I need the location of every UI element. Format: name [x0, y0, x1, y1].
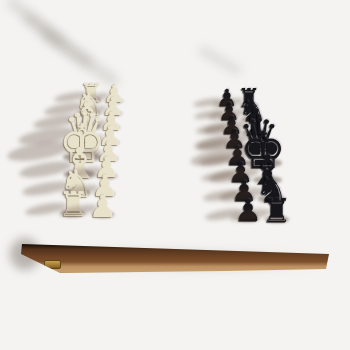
square-c4[interactable]: [148, 123, 173, 138]
square-d4[interactable]: [147, 137, 172, 153]
chess-set-photo: ♜♟♟♜♞♟♟♞♝♟♟♝♛♟♟♛♚♟♟♚♝♟♟♝♞♟♟♞♜♟♟♜: [0, 0, 350, 350]
square-e4[interactable]: [147, 153, 173, 170]
square-f5[interactable]: [174, 170, 202, 189]
square-h4[interactable]: [146, 206, 176, 228]
piece-cast-shadow: [197, 45, 243, 77]
square-a3[interactable]: [125, 96, 148, 109]
square-h5[interactable]: [175, 207, 206, 229]
inlay-strip-bottom: [33, 236, 319, 247]
square-b3[interactable]: [124, 108, 148, 122]
corner-mosaic-icon: [32, 227, 54, 241]
piece-white-pawn-h2[interactable]: ♟: [84, 191, 121, 222]
square-f3[interactable]: [119, 168, 147, 187]
square-a5[interactable]: [170, 97, 193, 110]
corner-mosaic-icon: [299, 235, 321, 249]
square-g4[interactable]: [147, 187, 176, 207]
square-f4[interactable]: [147, 169, 174, 188]
square-c3[interactable]: [123, 122, 148, 137]
square-a4[interactable]: [148, 97, 171, 110]
square-b5[interactable]: [171, 110, 195, 124]
piece-black-rook-h8[interactable]: ♜: [257, 195, 297, 228]
square-g5[interactable]: [174, 188, 203, 208]
square-d3[interactable]: [122, 136, 148, 152]
square-b4[interactable]: [148, 109, 172, 123]
square-e3[interactable]: [121, 152, 148, 169]
square-c5[interactable]: [171, 124, 196, 139]
